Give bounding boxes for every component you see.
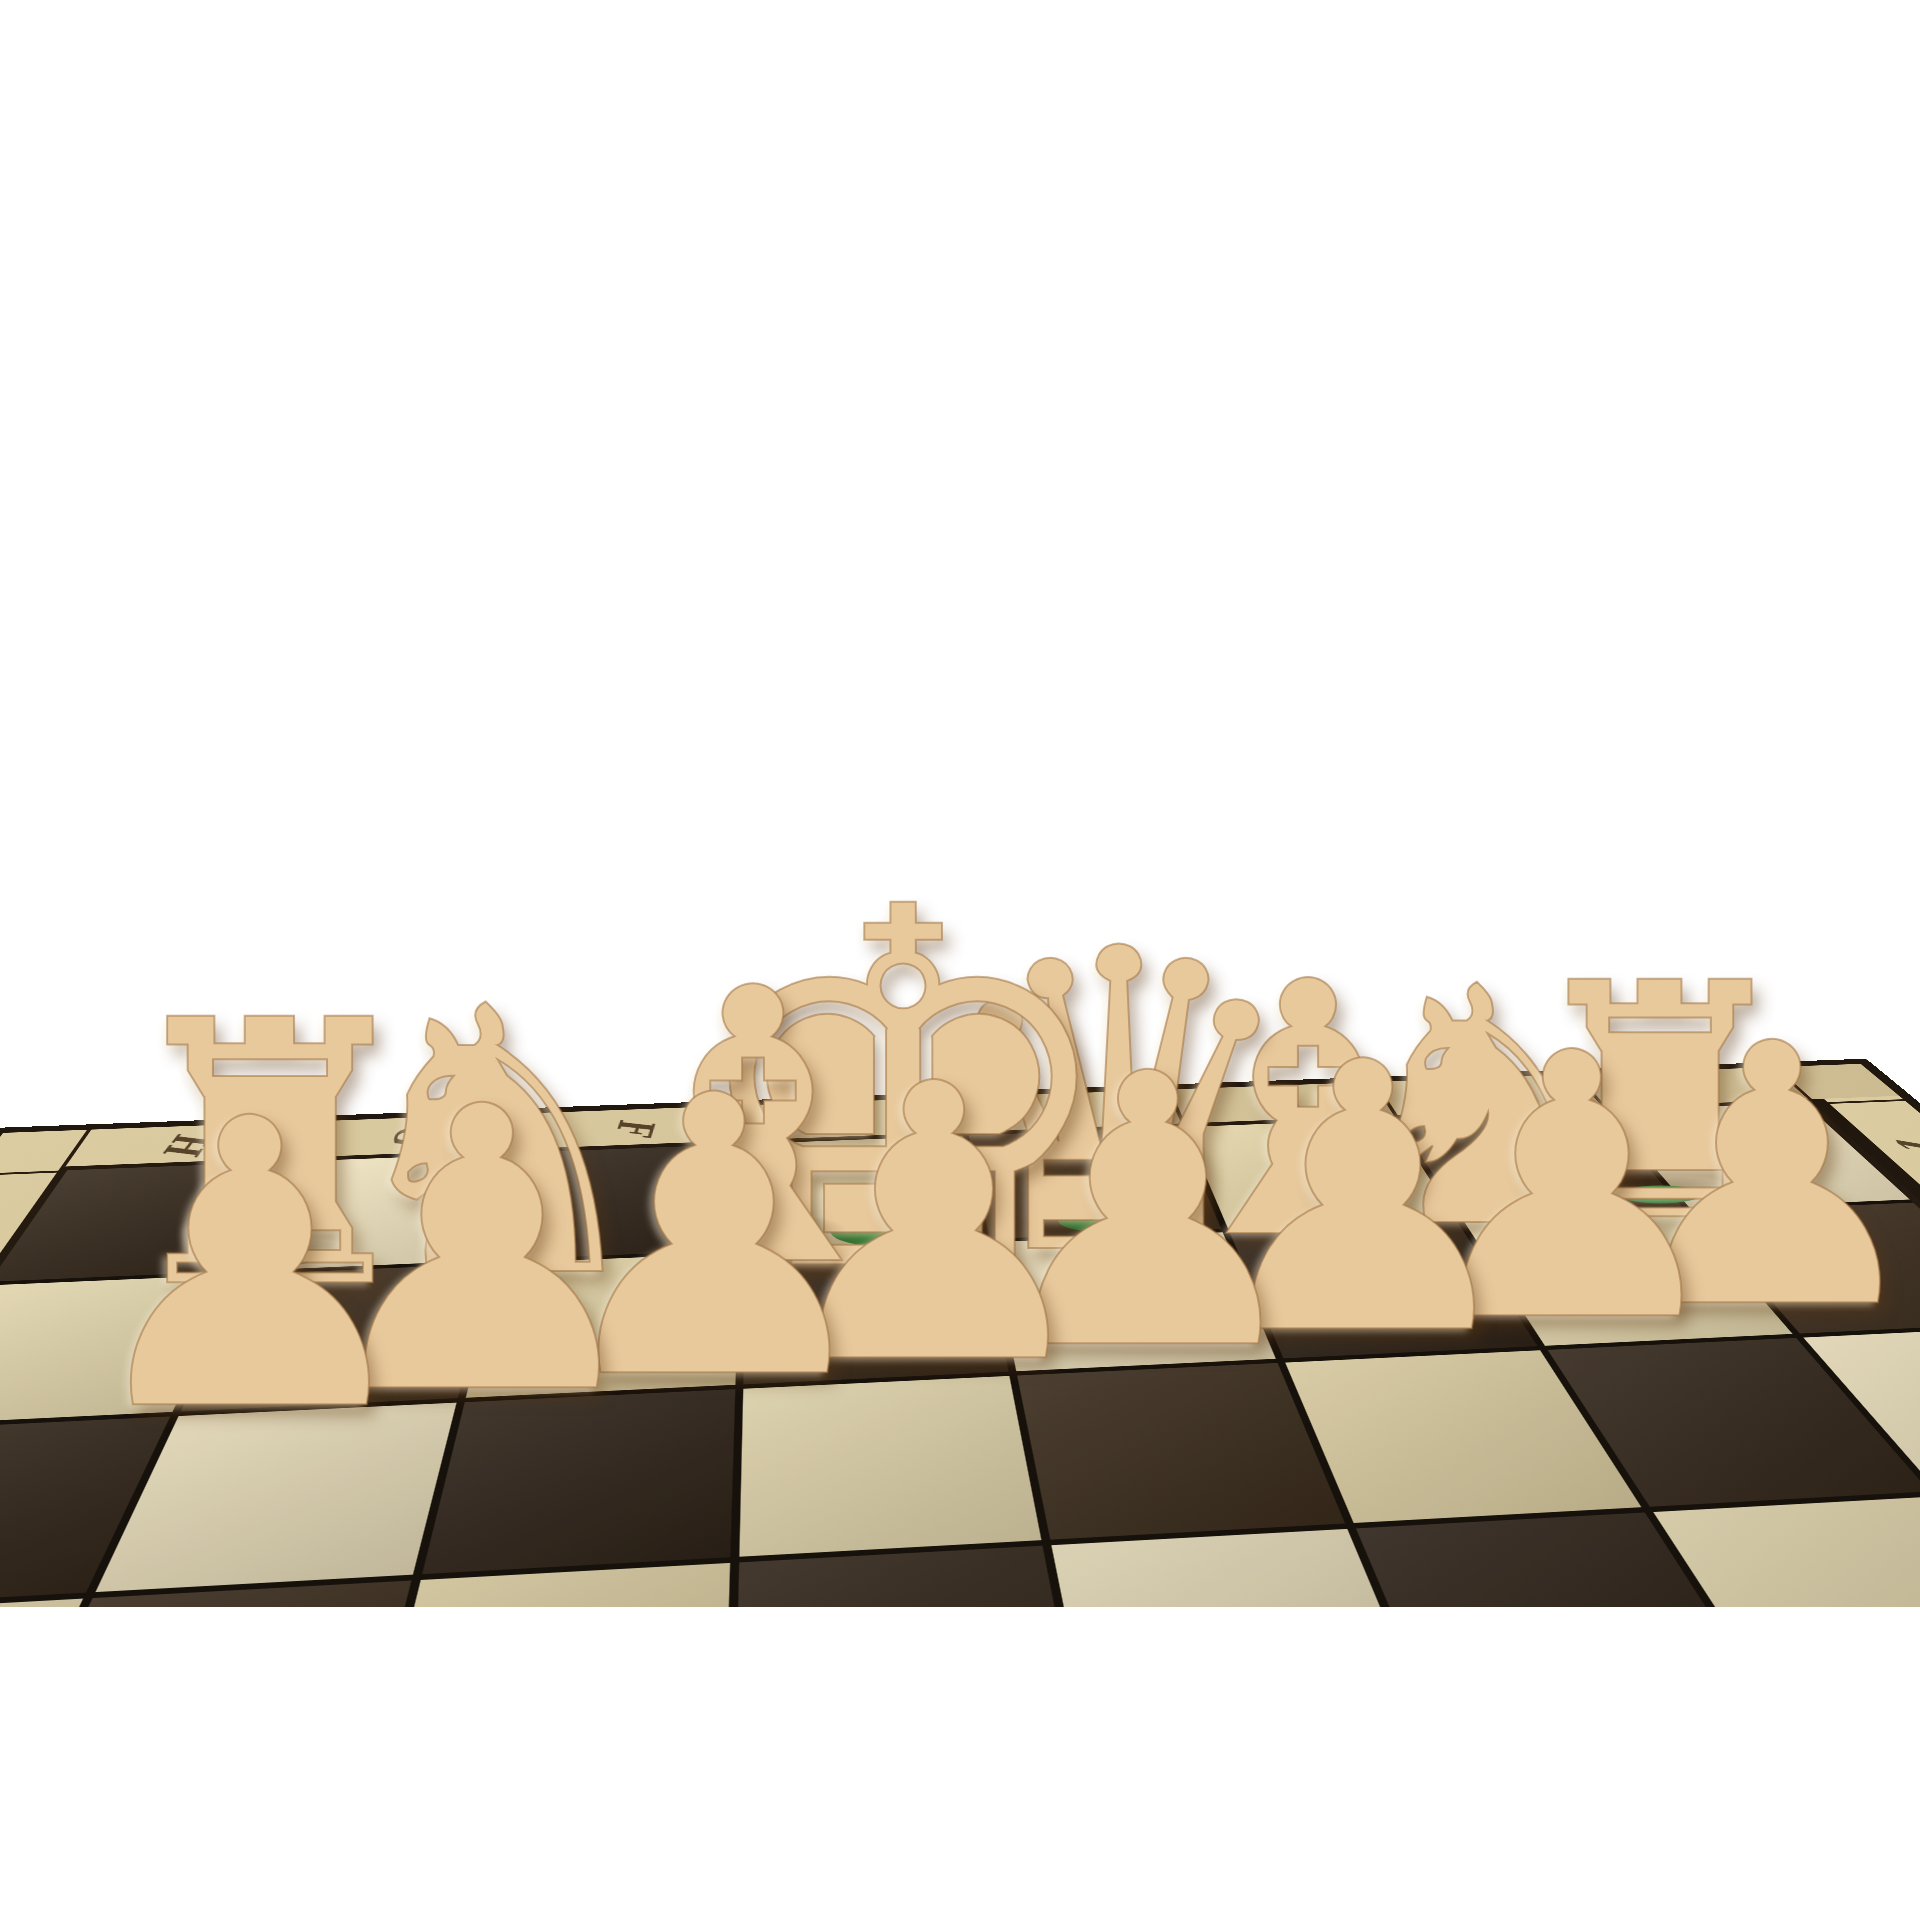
photo-stage: HGFEDCBAHGFEDCBA1234567812345678 ♜♞♝♚♛♝♞… (0, 0, 1920, 1920)
pawn-glyph: ♟ (72, 1068, 428, 1465)
photo-crop-mask (0, 1607, 1920, 1920)
